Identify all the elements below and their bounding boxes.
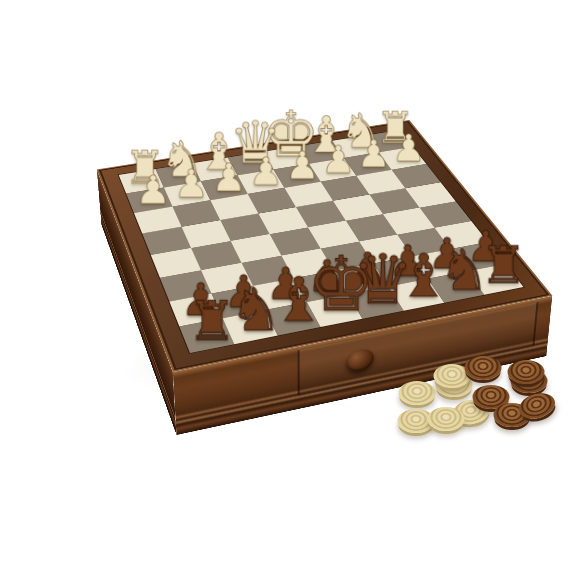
chess-set-photo-scene: ♜♞♝♛♚♝♞♜♟♟♟♟♟♟♟♟♟♟♟♟♟♟♟♟♜♞♝♚♛♝♞♜ [0, 0, 576, 576]
wooden-chess-box: ♜♞♝♛♚♝♞♜♟♟♟♟♟♟♟♟♟♟♟♟♟♟♟♟♜♞♝♚♛♝♞♜ [97, 120, 553, 372]
black-rook[interactable]: ♜ [187, 293, 236, 348]
white-pawn[interactable]: ♟ [392, 129, 425, 166]
white-pawn[interactable]: ♟ [321, 141, 355, 179]
square-b2[interactable]: ♟ [164, 181, 211, 206]
white-pawn[interactable]: ♟ [285, 146, 319, 184]
black-knight[interactable]: ♞ [229, 280, 282, 339]
white-pawn[interactable]: ♟ [174, 164, 209, 203]
square-a8[interactable]: ♜ [179, 318, 234, 353]
white-pawn[interactable]: ♟ [249, 152, 283, 190]
white-pawn[interactable]: ♟ [136, 170, 171, 209]
dark-checker[interactable] [465, 356, 502, 380]
light-checker[interactable] [428, 407, 465, 431]
white-pawn[interactable]: ♟ [357, 135, 391, 172]
dark-checker[interactable] [508, 360, 545, 384]
light-checker[interactable] [399, 381, 436, 405]
white-pawn[interactable]: ♟ [212, 158, 247, 197]
